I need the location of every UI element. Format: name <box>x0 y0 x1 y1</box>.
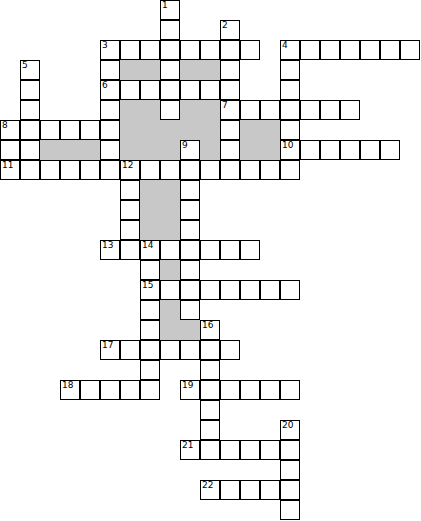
cell-r6-c0[interactable]: 8 <box>0 120 20 140</box>
blocked-cell-r6-c6 <box>120 120 140 140</box>
cell-r8-c9[interactable] <box>180 160 200 180</box>
cell-r3-c5[interactable] <box>100 60 120 80</box>
blocked-cell-r5-c10 <box>200 100 220 120</box>
cell-r23-c14[interactable] <box>280 460 300 480</box>
blocked-cell-r7-c3 <box>60 140 80 160</box>
cell-r4-c9[interactable] <box>180 80 200 100</box>
blocked-cell-r7-c2 <box>40 140 60 160</box>
cell-r17-c11[interactable] <box>220 340 240 360</box>
cell-r5-c17[interactable] <box>340 100 360 120</box>
cell-r22-c12[interactable] <box>240 440 260 460</box>
cell-r19-c6[interactable] <box>120 380 140 400</box>
cell-r19-c12[interactable] <box>240 380 260 400</box>
clue-number-16: 16 <box>202 321 213 330</box>
cell-r7-c14[interactable]: 10 <box>280 140 300 160</box>
blocked-cell-r13-c8 <box>160 260 180 280</box>
clue-number-21: 21 <box>182 441 193 450</box>
cell-r7-c15[interactable] <box>300 140 320 160</box>
clue-number-7: 7 <box>222 101 228 110</box>
cell-r19-c10[interactable] <box>200 380 220 400</box>
cell-r6-c1[interactable] <box>20 120 40 140</box>
cell-r2-c20[interactable] <box>400 40 420 60</box>
clue-number-8: 8 <box>2 121 8 130</box>
cell-r21-c14[interactable]: 20 <box>280 420 300 440</box>
cell-r2-c15[interactable] <box>300 40 320 60</box>
cell-r14-c10[interactable] <box>200 280 220 300</box>
blocked-cell-r5-c7 <box>140 100 160 120</box>
cell-r8-c3[interactable] <box>60 160 80 180</box>
cell-r7-c1[interactable] <box>20 140 40 160</box>
cell-r2-c16[interactable] <box>320 40 340 60</box>
cell-r7-c18[interactable] <box>360 140 380 160</box>
clue-number-11: 11 <box>2 161 13 170</box>
cell-r12-c10[interactable] <box>200 240 220 260</box>
blocked-cell-r3-c7 <box>140 60 160 80</box>
cell-r8-c2[interactable] <box>40 160 60 180</box>
blocked-cell-r15-c8 <box>160 300 180 320</box>
cell-r1-c11[interactable]: 2 <box>220 20 240 40</box>
blocked-cell-r7-c8 <box>160 140 180 160</box>
cell-r2-c17[interactable] <box>340 40 360 60</box>
cell-r22-c10[interactable] <box>200 440 220 460</box>
clue-number-22: 22 <box>202 481 213 490</box>
cell-r8-c5[interactable] <box>100 160 120 180</box>
cell-r19-c3[interactable]: 18 <box>60 380 80 400</box>
cell-r8-c6[interactable]: 12 <box>120 160 140 180</box>
cell-r17-c7[interactable] <box>140 340 160 360</box>
blocked-cell-r9-c7 <box>140 180 160 200</box>
blocked-cell-r6-c10 <box>200 120 220 140</box>
cell-r6-c14[interactable] <box>280 120 300 140</box>
cell-r8-c8[interactable] <box>160 160 180 180</box>
cell-r25-c14[interactable] <box>280 500 300 520</box>
cell-r14-c12[interactable] <box>240 280 260 300</box>
cell-r4-c6[interactable] <box>120 80 140 100</box>
cell-r6-c11[interactable] <box>220 120 240 140</box>
cell-r16-c10[interactable]: 16 <box>200 320 220 340</box>
blocked-cell-r5-c6 <box>120 100 140 120</box>
cell-r19-c7[interactable] <box>140 380 160 400</box>
cell-r24-c11[interactable] <box>220 480 240 500</box>
cell-r17-c9[interactable] <box>180 340 200 360</box>
blocked-cell-r11-c7 <box>140 220 160 240</box>
cell-r10-c9[interactable] <box>180 200 200 220</box>
clue-number-12: 12 <box>122 161 133 170</box>
cell-r17-c10[interactable] <box>200 340 220 360</box>
cell-r7-c19[interactable] <box>380 140 400 160</box>
blocked-cell-r16-c9 <box>180 320 200 340</box>
cell-r24-c14[interactable] <box>280 480 300 500</box>
cell-r4-c14[interactable] <box>280 80 300 100</box>
cell-r8-c13[interactable] <box>260 160 280 180</box>
blocked-cell-r6-c12 <box>240 120 260 140</box>
cell-r3-c8[interactable] <box>160 60 180 80</box>
cell-r7-c16[interactable] <box>320 140 340 160</box>
cell-r6-c4[interactable] <box>80 120 100 140</box>
cell-r19-c14[interactable] <box>280 380 300 400</box>
cell-r18-c7[interactable] <box>140 360 160 380</box>
cell-r17-c5[interactable]: 17 <box>100 340 120 360</box>
blocked-cell-r7-c7 <box>140 140 160 160</box>
cell-r15-c9[interactable] <box>180 300 200 320</box>
cell-r5-c13[interactable] <box>260 100 280 120</box>
cell-r14-c8[interactable] <box>160 280 180 300</box>
cell-r4-c11[interactable] <box>220 80 240 100</box>
cell-r13-c7[interactable] <box>140 260 160 280</box>
clue-number-17: 17 <box>102 341 113 350</box>
cell-r3-c14[interactable] <box>280 60 300 80</box>
clue-number-19: 19 <box>182 381 193 390</box>
cell-r19-c5[interactable] <box>100 380 120 400</box>
cell-r2-c10[interactable] <box>200 40 220 60</box>
blocked-cell-r10-c7 <box>140 200 160 220</box>
cell-r5-c5[interactable] <box>100 100 120 120</box>
cell-r24-c12[interactable] <box>240 480 260 500</box>
cell-r1-c8[interactable] <box>160 20 180 40</box>
cell-r2-c8[interactable] <box>160 40 180 60</box>
cell-r14-c14[interactable] <box>280 280 300 300</box>
cell-r9-c6[interactable] <box>120 180 140 200</box>
clue-number-9: 9 <box>182 141 188 150</box>
cell-r22-c13[interactable] <box>260 440 280 460</box>
blocked-cell-r3-c9 <box>180 60 200 80</box>
clue-number-20: 20 <box>282 421 293 430</box>
clue-number-4: 4 <box>282 41 288 50</box>
crossword-board: 12345678910111213141516171819202122 <box>0 0 421 521</box>
cell-r8-c7[interactable] <box>140 160 160 180</box>
cell-r6-c3[interactable] <box>60 120 80 140</box>
blocked-cell-r7-c12 <box>240 140 260 160</box>
cell-r14-c7[interactable]: 15 <box>140 280 160 300</box>
blocked-cell-r5-c9 <box>180 100 200 120</box>
cell-r8-c12[interactable] <box>240 160 260 180</box>
blocked-cell-r6-c7 <box>140 120 160 140</box>
cell-r5-c11[interactable]: 7 <box>220 100 240 120</box>
cell-r2-c19[interactable] <box>380 40 400 60</box>
blocked-cell-r6-c13 <box>260 120 280 140</box>
blocked-cell-r3-c10 <box>200 60 220 80</box>
blocked-cell-r7-c10 <box>200 140 220 160</box>
blocked-cell-r6-c9 <box>180 120 200 140</box>
cell-r2-c14[interactable]: 4 <box>280 40 300 60</box>
cell-r12-c12[interactable] <box>240 240 260 260</box>
blocked-cell-r7-c4 <box>80 140 100 160</box>
cell-r2-c5[interactable]: 3 <box>100 40 120 60</box>
cell-r7-c11[interactable] <box>220 140 240 160</box>
cell-r5-c8[interactable] <box>160 100 180 120</box>
cell-r22-c11[interactable] <box>220 440 240 460</box>
cell-r13-c9[interactable] <box>180 260 200 280</box>
cell-r7-c9[interactable]: 9 <box>180 140 200 160</box>
blocked-cell-r10-c8 <box>160 200 180 220</box>
clue-number-1: 1 <box>162 1 168 10</box>
cell-r2-c9[interactable] <box>180 40 200 60</box>
cell-r5-c15[interactable] <box>300 100 320 120</box>
cell-r8-c4[interactable] <box>80 160 100 180</box>
cell-r2-c11[interactable] <box>220 40 240 60</box>
cell-r15-c7[interactable] <box>140 300 160 320</box>
cell-r17-c8[interactable] <box>160 340 180 360</box>
cell-r3-c11[interactable] <box>220 60 240 80</box>
clue-number-3: 3 <box>102 41 108 50</box>
cell-r6-c2[interactable] <box>40 120 60 140</box>
blocked-cell-r6-c8 <box>160 120 180 140</box>
cell-r4-c5[interactable]: 6 <box>100 80 120 100</box>
cell-r21-c10[interactable] <box>200 420 220 440</box>
cell-r12-c7[interactable]: 14 <box>140 240 160 260</box>
cell-r5-c1[interactable] <box>20 100 40 120</box>
cell-r14-c9[interactable] <box>180 280 200 300</box>
cell-r2-c18[interactable] <box>360 40 380 60</box>
cell-r24-c13[interactable] <box>260 480 280 500</box>
cell-r19-c13[interactable] <box>260 380 280 400</box>
cell-r18-c10[interactable] <box>200 360 220 380</box>
clue-number-14: 14 <box>142 241 153 250</box>
clue-number-10: 10 <box>282 141 293 150</box>
cell-r7-c5[interactable] <box>100 140 120 160</box>
cell-r19-c11[interactable] <box>220 380 240 400</box>
cell-r9-c9[interactable] <box>180 180 200 200</box>
clue-number-6: 6 <box>102 81 108 90</box>
cell-r6-c5[interactable] <box>100 120 120 140</box>
cell-r2-c7[interactable] <box>140 40 160 60</box>
clue-number-5: 5 <box>22 61 28 70</box>
cell-r0-c8[interactable]: 1 <box>160 0 180 20</box>
cell-r12-c11[interactable] <box>220 240 240 260</box>
blocked-cell-r3-c6 <box>120 60 140 80</box>
cell-r17-c6[interactable] <box>120 340 140 360</box>
cell-r19-c4[interactable] <box>80 380 100 400</box>
cell-r8-c10[interactable] <box>200 160 220 180</box>
cell-r3-c1[interactable]: 5 <box>20 60 40 80</box>
cell-r4-c8[interactable] <box>160 80 180 100</box>
cell-r12-c8[interactable] <box>160 240 180 260</box>
cell-r7-c0[interactable] <box>0 140 20 160</box>
clue-number-15: 15 <box>142 281 153 290</box>
clue-number-18: 18 <box>62 381 73 390</box>
blocked-cell-r11-c8 <box>160 220 180 240</box>
blocked-cell-r16-c8 <box>160 320 180 340</box>
cell-r5-c16[interactable] <box>320 100 340 120</box>
cell-r12-c5[interactable]: 13 <box>100 240 120 260</box>
cell-r12-c9[interactable] <box>180 240 200 260</box>
cell-r20-c10[interactable] <box>200 400 220 420</box>
cell-r12-c6[interactable] <box>120 240 140 260</box>
cell-r7-c17[interactable] <box>340 140 360 160</box>
cell-r5-c14[interactable] <box>280 100 300 120</box>
cell-r5-c12[interactable] <box>240 100 260 120</box>
cell-r11-c6[interactable] <box>120 220 140 240</box>
blocked-cell-r9-c8 <box>160 180 180 200</box>
clue-number-13: 13 <box>102 241 113 250</box>
cell-r4-c7[interactable] <box>140 80 160 100</box>
cell-r24-c10[interactable]: 22 <box>200 480 220 500</box>
cell-r19-c9[interactable]: 19 <box>180 380 200 400</box>
cell-r16-c7[interactable] <box>140 320 160 340</box>
cell-r8-c11[interactable] <box>220 160 240 180</box>
cell-r22-c14[interactable] <box>280 440 300 460</box>
cell-r4-c10[interactable] <box>200 80 220 100</box>
cell-r22-c9[interactable]: 21 <box>180 440 200 460</box>
cell-r8-c14[interactable] <box>280 160 300 180</box>
cell-r8-c0[interactable]: 11 <box>0 160 20 180</box>
cell-r11-c9[interactable] <box>180 220 200 240</box>
cell-r14-c11[interactable] <box>220 280 240 300</box>
clue-number-2: 2 <box>222 21 228 30</box>
blocked-cell-r7-c6 <box>120 140 140 160</box>
cell-r2-c12[interactable] <box>240 40 260 60</box>
cell-r4-c1[interactable] <box>20 80 40 100</box>
blocked-cell-r7-c13 <box>260 140 280 160</box>
cell-r14-c13[interactable] <box>260 280 280 300</box>
cell-r8-c1[interactable] <box>20 160 40 180</box>
cell-r2-c6[interactable] <box>120 40 140 60</box>
cell-r10-c6[interactable] <box>120 200 140 220</box>
